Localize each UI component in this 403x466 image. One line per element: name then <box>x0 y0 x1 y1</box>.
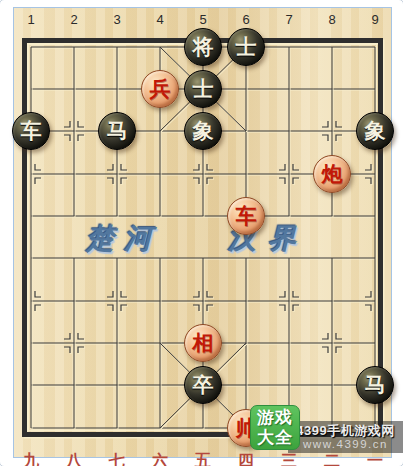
bottom-label-3: 七 <box>106 453 128 466</box>
game-portal-logo: 游戏 大全 <box>250 405 300 450</box>
piece-red-chariot[interactable]: 车 <box>227 197 265 235</box>
top-label-4: 4 <box>150 12 170 27</box>
piece-red-elephant[interactable]: 相 <box>184 324 222 362</box>
piece-black-general[interactable]: 将 <box>184 28 222 66</box>
piece-black-advisor[interactable]: 士 <box>184 70 222 108</box>
top-label-7: 7 <box>279 12 299 27</box>
top-label-5: 5 <box>193 12 213 27</box>
bottom-label-6: 四 <box>235 453 257 466</box>
bottom-label-8: 二 <box>321 453 343 466</box>
piece-black-horse[interactable]: 马 <box>98 112 136 150</box>
piece-red-soldier[interactable]: 兵 <box>141 70 179 108</box>
top-label-1: 1 <box>21 12 41 27</box>
piece-black-horse[interactable]: 马 <box>356 366 394 404</box>
site-url-text: www.4399.cn <box>303 438 388 451</box>
bottom-label-2: 八 <box>63 453 85 466</box>
bottom-label-9: 一 <box>364 453 386 466</box>
bottom-label-7: 三 <box>278 453 300 466</box>
piece-black-soldier[interactable]: 卒 <box>184 366 222 404</box>
logo-line-1: 游戏 <box>257 408 293 428</box>
bottom-label-4: 六 <box>149 453 171 466</box>
xiangqi-board-screenshot: 123456789 九八七六五四三二一 楚河 汉界 将士兵士车马象象炮车相卒马帅… <box>0 0 403 466</box>
top-label-2: 2 <box>64 12 84 27</box>
piece-black-elephant[interactable]: 象 <box>356 112 394 150</box>
logo-line-2: 大全 <box>257 428 293 448</box>
piece-black-chariot[interactable]: 车 <box>12 112 50 150</box>
top-label-3: 3 <box>107 12 127 27</box>
river-text-chu-he: 楚河 <box>86 221 162 257</box>
bottom-label-5: 五 <box>192 453 214 466</box>
top-label-9: 9 <box>365 12 385 27</box>
piece-black-advisor[interactable]: 士 <box>227 28 265 66</box>
site-name-text: 4399手机游戏网 <box>296 423 394 438</box>
top-label-6: 6 <box>236 12 256 27</box>
piece-red-cannon[interactable]: 炮 <box>313 155 351 193</box>
piece-black-elephant[interactable]: 象 <box>184 112 222 150</box>
bottom-label-1: 九 <box>20 453 42 466</box>
top-label-8: 8 <box>322 12 342 27</box>
site-watermark: 4399手机游戏网 www.4399.cn <box>288 421 403 453</box>
